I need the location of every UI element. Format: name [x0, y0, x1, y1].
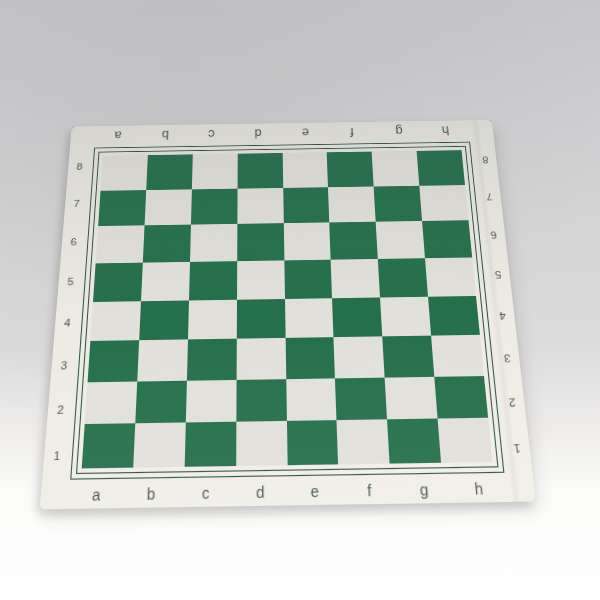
board-squares	[82, 150, 493, 468]
photo-scene: abcdefgh abcdefgh 87654321 87654321	[0, 0, 600, 600]
square-a4	[90, 301, 141, 341]
square-a2	[85, 381, 137, 424]
square-d3	[236, 338, 286, 380]
square-e2	[286, 378, 337, 421]
file-label-top-f: f	[350, 125, 354, 138]
rank-label-left-5: 5	[67, 276, 74, 287]
square-f6	[330, 222, 378, 260]
square-b6	[143, 225, 191, 263]
square-b3	[137, 340, 188, 382]
square-f7	[328, 186, 376, 222]
square-a8	[101, 155, 148, 190]
square-e7	[283, 187, 330, 223]
square-d5	[237, 260, 285, 299]
file-label-bottom-b: b	[146, 485, 155, 503]
square-g3	[383, 336, 435, 378]
square-h2	[434, 376, 488, 419]
square-h6	[422, 220, 472, 258]
square-h1	[438, 418, 493, 463]
rank-label-right-3: 3	[503, 353, 511, 365]
square-a1	[82, 424, 135, 469]
square-b2	[135, 380, 187, 423]
square-g2	[385, 377, 438, 420]
square-d1	[236, 421, 287, 466]
file-label-top-e: e	[301, 126, 309, 139]
square-e6	[283, 223, 331, 261]
rank-label-right-8: 8	[482, 154, 489, 164]
file-label-top-h: h	[441, 124, 449, 137]
file-label-top-g: g	[395, 125, 403, 138]
square-c2	[186, 380, 237, 423]
rank-label-right-2: 2	[508, 397, 516, 410]
square-d6	[237, 223, 284, 261]
rank-label-right-7: 7	[486, 191, 493, 202]
square-g7	[374, 185, 422, 221]
square-c1	[184, 422, 236, 467]
square-g6	[376, 221, 425, 259]
square-a7	[98, 190, 146, 227]
square-h3	[431, 335, 484, 377]
rank-label-right-5: 5	[494, 269, 502, 280]
square-f8	[327, 152, 374, 187]
square-c4	[188, 299, 237, 339]
square-g4	[380, 296, 431, 336]
chess-board	[70, 142, 504, 480]
square-c5	[189, 261, 237, 300]
file-label-bottom-f: f	[367, 482, 372, 500]
square-b8	[146, 154, 192, 189]
square-f3	[334, 336, 385, 378]
square-c7	[191, 188, 237, 224]
file-label-top-b: b	[161, 128, 169, 141]
square-d2	[236, 379, 286, 422]
file-label-bottom-c: c	[202, 484, 210, 502]
board-inner-frame	[76, 146, 499, 474]
square-f4	[332, 297, 382, 337]
square-f5	[331, 259, 380, 298]
rank-label-left-6: 6	[70, 236, 77, 247]
rank-label-left-1: 1	[53, 450, 61, 463]
file-label-bottom-d: d	[256, 483, 265, 501]
square-a6	[96, 226, 145, 264]
square-d4	[236, 299, 285, 339]
square-e4	[285, 298, 334, 338]
square-f2	[335, 377, 387, 420]
square-b5	[141, 262, 190, 301]
square-h8	[417, 150, 465, 185]
square-d8	[237, 153, 283, 188]
file-label-top-a: a	[114, 129, 122, 142]
square-h4	[428, 295, 480, 335]
square-e5	[284, 260, 332, 299]
file-label-bottom-e: e	[310, 482, 319, 500]
square-d7	[237, 188, 283, 224]
square-e1	[286, 420, 338, 465]
square-e3	[285, 337, 335, 379]
square-f1	[337, 420, 390, 465]
file-label-bottom-h: h	[474, 480, 484, 498]
rank-label-left-8: 8	[76, 161, 83, 171]
square-b7	[144, 189, 191, 226]
rank-label-right-4: 4	[498, 310, 506, 322]
file-label-bottom-g: g	[419, 481, 429, 499]
square-b1	[133, 423, 186, 468]
square-g1	[387, 419, 441, 464]
square-g5	[378, 258, 428, 297]
square-h5	[425, 257, 476, 296]
rank-label-left-2: 2	[57, 404, 65, 417]
rank-label-left-3: 3	[60, 359, 68, 371]
square-c8	[192, 154, 238, 189]
rank-label-right-6: 6	[490, 230, 497, 241]
square-b4	[139, 300, 189, 340]
rank-label-right-1: 1	[513, 442, 521, 455]
square-g8	[372, 151, 420, 186]
file-label-top-c: c	[208, 128, 215, 141]
rank-label-left-4: 4	[64, 317, 71, 329]
file-label-top-d: d	[255, 127, 262, 140]
square-e8	[282, 152, 328, 187]
file-label-bottom-a: a	[92, 486, 102, 504]
chess-mat: abcdefgh abcdefgh 87654321 87654321	[40, 120, 536, 509]
square-a3	[88, 340, 139, 382]
square-c3	[187, 339, 237, 381]
square-a5	[93, 263, 143, 302]
square-c6	[190, 224, 237, 262]
square-h7	[419, 185, 468, 221]
rank-label-left-7: 7	[73, 198, 80, 209]
